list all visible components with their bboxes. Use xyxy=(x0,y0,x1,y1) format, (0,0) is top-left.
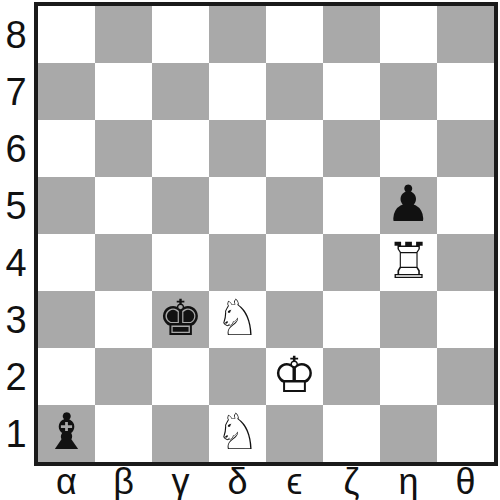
square-b2 xyxy=(95,348,152,405)
square-h7 xyxy=(437,63,494,120)
square-d1: ♘ xyxy=(209,405,266,462)
rank-label-5: 5 xyxy=(0,177,32,234)
square-c1 xyxy=(152,405,209,462)
square-a6 xyxy=(38,120,95,177)
square-d6 xyxy=(209,120,266,177)
square-h8 xyxy=(437,6,494,63)
square-e3 xyxy=(266,291,323,348)
square-a7 xyxy=(38,63,95,120)
square-c6 xyxy=(152,120,209,177)
rank-label-2: 2 xyxy=(0,348,32,405)
file-label-h: θ xyxy=(437,464,494,500)
square-f5 xyxy=(323,177,380,234)
file-label-g: η xyxy=(380,464,437,500)
square-h3 xyxy=(437,291,494,348)
chess-diagram: 87654321 ♟♖♚♘♔♝♘ αβγδϵζηθ xyxy=(0,0,500,500)
square-b4 xyxy=(95,234,152,291)
square-f8 xyxy=(323,6,380,63)
rank-label-1: 1 xyxy=(0,405,32,462)
file-label-a: α xyxy=(38,464,95,500)
square-e5 xyxy=(266,177,323,234)
chess-board: ♟♖♚♘♔♝♘ xyxy=(34,2,498,466)
file-label-d: δ xyxy=(209,464,266,500)
square-d5 xyxy=(209,177,266,234)
black-bishop: ♝ xyxy=(44,407,89,457)
square-h2 xyxy=(437,348,494,405)
square-e8 xyxy=(266,6,323,63)
square-f7 xyxy=(323,63,380,120)
file-label-c: γ xyxy=(152,464,209,500)
rank-label-6: 6 xyxy=(0,120,32,177)
square-e6 xyxy=(266,120,323,177)
square-g5: ♟ xyxy=(380,177,437,234)
square-c5 xyxy=(152,177,209,234)
square-h5 xyxy=(437,177,494,234)
square-d7 xyxy=(209,63,266,120)
rank-label-4: 4 xyxy=(0,234,32,291)
square-c7 xyxy=(152,63,209,120)
square-d4 xyxy=(209,234,266,291)
square-a2 xyxy=(38,348,95,405)
square-g1 xyxy=(380,405,437,462)
square-g3 xyxy=(380,291,437,348)
square-a8 xyxy=(38,6,95,63)
square-f2 xyxy=(323,348,380,405)
square-f6 xyxy=(323,120,380,177)
file-label-b: β xyxy=(95,464,152,500)
square-b7 xyxy=(95,63,152,120)
rank-label-3: 3 xyxy=(0,291,32,348)
square-c2 xyxy=(152,348,209,405)
square-d3: ♘ xyxy=(209,291,266,348)
square-c3: ♚ xyxy=(152,291,209,348)
square-g4: ♖ xyxy=(380,234,437,291)
rank-label-8: 8 xyxy=(0,6,32,63)
file-label-f: ζ xyxy=(323,464,380,500)
square-a3 xyxy=(38,291,95,348)
black-pawn: ♟ xyxy=(386,179,431,229)
square-b8 xyxy=(95,6,152,63)
square-g6 xyxy=(380,120,437,177)
square-b3 xyxy=(95,291,152,348)
white-king: ♔ xyxy=(272,350,317,400)
square-e2: ♔ xyxy=(266,348,323,405)
rank-label-7: 7 xyxy=(0,63,32,120)
file-labels: αβγδϵζηθ xyxy=(38,464,494,500)
square-g7 xyxy=(380,63,437,120)
square-b5 xyxy=(95,177,152,234)
square-e4 xyxy=(266,234,323,291)
square-h6 xyxy=(437,120,494,177)
square-a5 xyxy=(38,177,95,234)
rank-labels: 87654321 xyxy=(0,6,32,462)
square-g8 xyxy=(380,6,437,63)
square-c4 xyxy=(152,234,209,291)
square-a4 xyxy=(38,234,95,291)
black-king: ♚ xyxy=(158,293,203,343)
square-f1 xyxy=(323,405,380,462)
white-rook: ♖ xyxy=(386,236,431,286)
square-b6 xyxy=(95,120,152,177)
square-h4 xyxy=(437,234,494,291)
square-d2 xyxy=(209,348,266,405)
square-e1 xyxy=(266,405,323,462)
white-knight: ♘ xyxy=(215,293,260,343)
square-a1: ♝ xyxy=(38,405,95,462)
square-e7 xyxy=(266,63,323,120)
square-g2 xyxy=(380,348,437,405)
square-f4 xyxy=(323,234,380,291)
square-d8 xyxy=(209,6,266,63)
square-f3 xyxy=(323,291,380,348)
square-b1 xyxy=(95,405,152,462)
square-h1 xyxy=(437,405,494,462)
white-knight: ♘ xyxy=(215,407,260,457)
square-c8 xyxy=(152,6,209,63)
file-label-e: ϵ xyxy=(266,464,323,500)
